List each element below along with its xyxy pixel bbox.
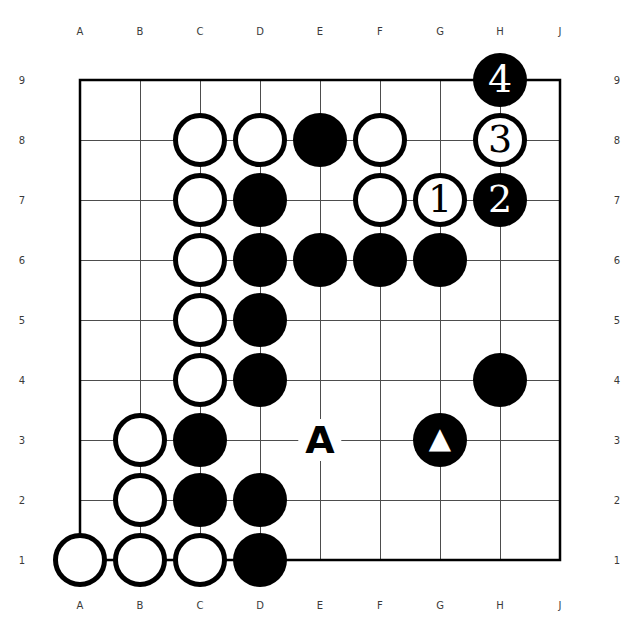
- white-stone-b3: [113, 413, 167, 467]
- column-label-bottom: J: [559, 600, 562, 611]
- triangle-marker-icon: ▲: [429, 424, 451, 453]
- row-label-right: 7: [614, 195, 620, 206]
- row-label-left: 1: [19, 555, 25, 566]
- black-stone-d7: [233, 173, 287, 227]
- black-stone-g6: [413, 233, 467, 287]
- row-label-left: 4: [19, 375, 25, 386]
- row-label-right: 2: [614, 495, 620, 506]
- column-label-bottom: G: [436, 600, 444, 611]
- column-label-top: D: [256, 26, 264, 37]
- row-label-left: 9: [19, 75, 25, 86]
- column-label-top: J: [559, 26, 562, 37]
- white-stone-d8: [233, 113, 287, 167]
- point-label-e3: A: [298, 419, 341, 461]
- row-label-right: 1: [614, 555, 620, 566]
- column-label-bottom: D: [256, 600, 264, 611]
- black-stone-d2: [233, 473, 287, 527]
- row-label-left: 3: [19, 435, 25, 446]
- white-stone-c6: [173, 233, 227, 287]
- black-stone-c2: [173, 473, 227, 527]
- column-label-top: G: [436, 26, 444, 37]
- row-label-right: 6: [614, 255, 620, 266]
- column-label-top: C: [197, 26, 204, 37]
- column-label-bottom: E: [317, 600, 323, 611]
- column-label-bottom: F: [377, 600, 383, 611]
- row-label-left: 2: [19, 495, 25, 506]
- row-label-left: 5: [19, 315, 25, 326]
- black-stone-h9: 4: [473, 53, 527, 107]
- white-stone-f8: [353, 113, 407, 167]
- row-label-right: 5: [614, 315, 620, 326]
- black-stone-e8: [293, 113, 347, 167]
- white-stone-b1: [113, 533, 167, 587]
- move-number-label: 2: [488, 180, 512, 218]
- black-stone-d1: [233, 533, 287, 587]
- column-label-bottom: H: [496, 600, 504, 611]
- move-number-label: 3: [488, 120, 512, 158]
- column-label-top: B: [137, 26, 144, 37]
- black-stone-e6: [293, 233, 347, 287]
- column-label-top: H: [496, 26, 504, 37]
- black-stone-c3: [173, 413, 227, 467]
- white-stone-c4: [173, 353, 227, 407]
- black-stone-d6: [233, 233, 287, 287]
- row-label-right: 9: [614, 75, 620, 86]
- white-stone-h8: 3: [473, 113, 527, 167]
- row-label-right: 3: [614, 435, 620, 446]
- row-label-right: 8: [614, 135, 620, 146]
- column-label-bottom: B: [137, 600, 144, 611]
- white-stone-c5: [173, 293, 227, 347]
- go-diagram: AABBCCDDEEFFGGHHJJ998877665544332211 431…: [0, 0, 640, 640]
- white-stone-g7: 1: [413, 173, 467, 227]
- black-stone-h7: 2: [473, 173, 527, 227]
- column-label-bottom: C: [197, 600, 204, 611]
- black-stone-d4: [233, 353, 287, 407]
- column-label-top: E: [317, 26, 323, 37]
- white-stone-c1: [173, 533, 227, 587]
- white-stone-c7: [173, 173, 227, 227]
- white-stone-b2: [113, 473, 167, 527]
- black-stone-g3: ▲: [413, 413, 467, 467]
- white-stone-c8: [173, 113, 227, 167]
- row-label-left: 6: [19, 255, 25, 266]
- black-stone-d5: [233, 293, 287, 347]
- row-label-left: 8: [19, 135, 25, 146]
- black-stone-f6: [353, 233, 407, 287]
- column-label-top: A: [77, 26, 84, 37]
- column-label-bottom: A: [77, 600, 84, 611]
- move-number-label: 4: [488, 60, 512, 98]
- white-stone-a1: [53, 533, 107, 587]
- move-number-label: 1: [428, 180, 452, 218]
- black-stone-h4: [473, 353, 527, 407]
- column-label-top: F: [377, 26, 383, 37]
- white-stone-f7: [353, 173, 407, 227]
- row-label-left: 7: [19, 195, 25, 206]
- row-label-right: 4: [614, 375, 620, 386]
